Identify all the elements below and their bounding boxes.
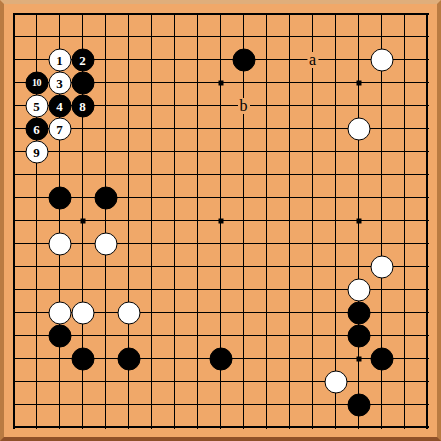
grid-line-vertical — [335, 13, 336, 429]
grid-line-vertical — [404, 13, 405, 429]
stone-white — [370, 255, 393, 278]
stone-white-1: 1 — [48, 48, 71, 71]
stone-white — [94, 232, 117, 255]
grid-line-vertical — [289, 13, 290, 429]
stone-black — [48, 186, 71, 209]
grid-line-vertical — [312, 13, 313, 429]
move-number: 3 — [56, 76, 63, 89]
stone-white — [324, 370, 347, 393]
grid-line-vertical — [243, 13, 244, 429]
label-b: b — [238, 98, 250, 114]
grid-line-vertical — [266, 13, 267, 429]
stone-black-2: 2 — [71, 48, 94, 71]
grid-line-horizontal — [13, 243, 429, 244]
star-point — [218, 80, 223, 85]
star-point — [218, 218, 223, 223]
stone-black — [48, 324, 71, 347]
move-number: 4 — [56, 99, 63, 112]
stone-black — [347, 324, 370, 347]
stone-black — [117, 347, 140, 370]
stone-white — [347, 278, 370, 301]
grid-line-horizontal — [13, 151, 429, 152]
grid-line-horizontal — [13, 197, 429, 198]
move-number: 10 — [32, 78, 41, 88]
move-number: 7 — [56, 122, 63, 135]
stone-white — [48, 232, 71, 255]
stone-white — [370, 48, 393, 71]
grid-line-horizontal — [13, 13, 429, 15]
move-number: 6 — [33, 122, 40, 135]
stone-black — [94, 186, 117, 209]
move-number: 1 — [56, 53, 63, 66]
stone-white-9: 9 — [25, 140, 48, 163]
stone-black-10: 10 — [25, 71, 48, 94]
grid-line-vertical — [151, 13, 152, 429]
grid-line-horizontal — [13, 174, 429, 175]
stone-white-3: 3 — [48, 71, 71, 94]
grid-line-horizontal — [13, 426, 429, 428]
grid-line-vertical — [197, 13, 198, 429]
stone-black — [347, 301, 370, 324]
stone-black-4: 4 — [48, 94, 71, 117]
grid-line-horizontal — [13, 36, 429, 37]
grid-line-horizontal — [13, 266, 429, 267]
star-point — [356, 80, 361, 85]
stone-black — [71, 347, 94, 370]
star-point — [356, 218, 361, 223]
move-number: 2 — [79, 53, 86, 66]
grid-line-vertical — [13, 13, 15, 429]
grid-line-vertical — [105, 13, 106, 429]
star-point — [356, 356, 361, 361]
grid-line-vertical — [174, 13, 175, 429]
stone-white — [347, 117, 370, 140]
stone-white — [71, 301, 94, 324]
grid-line-horizontal — [13, 381, 429, 382]
stone-black — [71, 71, 94, 94]
star-point — [80, 218, 85, 223]
stone-black — [347, 393, 370, 416]
move-number: 5 — [33, 99, 40, 112]
stone-white — [117, 301, 140, 324]
stone-white — [48, 301, 71, 324]
stone-white-5: 5 — [25, 94, 48, 117]
stone-black-8: 8 — [71, 94, 94, 117]
go-diagram: 12345678910ab — [0, 0, 441, 441]
stone-black — [232, 48, 255, 71]
move-number: 9 — [33, 145, 40, 158]
label-a: a — [307, 52, 318, 68]
grid-line-vertical — [426, 13, 428, 429]
stone-white-7: 7 — [48, 117, 71, 140]
move-number: 8 — [79, 99, 86, 112]
go-board: 12345678910ab — [0, 0, 441, 441]
stone-black — [209, 347, 232, 370]
stone-black-6: 6 — [25, 117, 48, 140]
stone-black — [370, 347, 393, 370]
